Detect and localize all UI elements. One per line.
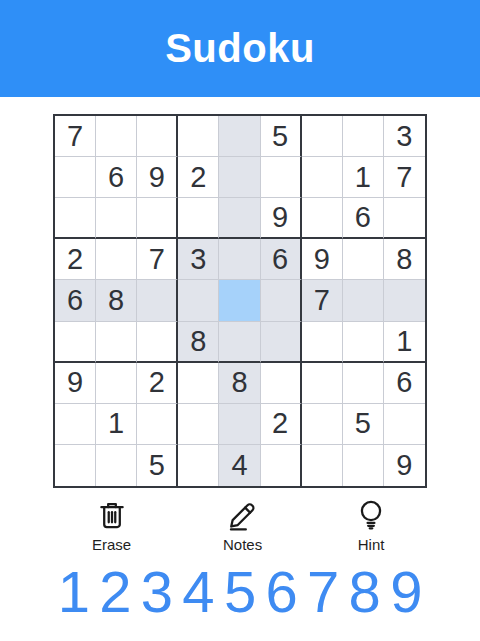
cell-r8c3[interactable]: [137, 404, 178, 445]
numpad-5[interactable]: 5: [219, 563, 261, 621]
cell-r6c5[interactable]: [219, 322, 260, 363]
cell-r7c8[interactable]: [343, 363, 384, 404]
cell-r1c6[interactable]: 5: [261, 116, 302, 157]
numpad-8[interactable]: 8: [344, 563, 386, 621]
cell-r8c2[interactable]: 1: [96, 404, 137, 445]
sudoku-board: 7536921796273698687819286125549: [53, 114, 427, 488]
cell-r1c2[interactable]: [96, 116, 137, 157]
cell-r3c6[interactable]: 9: [261, 198, 302, 239]
cell-r6c7[interactable]: [302, 322, 343, 363]
cell-r5c8[interactable]: [343, 280, 384, 321]
cell-r2c1[interactable]: [55, 157, 96, 198]
cell-r7c1[interactable]: 9: [55, 363, 96, 404]
cell-r3c4[interactable]: [178, 198, 219, 239]
hint-label: Hint: [358, 536, 385, 553]
cell-r1c8[interactable]: [343, 116, 384, 157]
cell-r7c4[interactable]: [178, 363, 219, 404]
cell-r9c2[interactable]: [96, 445, 137, 486]
cell-r9c1[interactable]: [55, 445, 96, 486]
cell-r3c7[interactable]: [302, 198, 343, 239]
cell-r2c6[interactable]: [261, 157, 302, 198]
cell-r4c5[interactable]: [219, 239, 260, 280]
cell-r6c6[interactable]: [261, 322, 302, 363]
cell-r1c1[interactable]: 7: [55, 116, 96, 157]
cell-r5c3[interactable]: [137, 280, 178, 321]
number-pad: 123456789: [53, 563, 427, 621]
trash-icon: [95, 498, 129, 535]
cell-r5c4[interactable]: [178, 280, 219, 321]
cell-r7c3[interactable]: 2: [137, 363, 178, 404]
cell-r6c2[interactable]: [96, 322, 137, 363]
lightbulb-icon: [354, 498, 388, 535]
cell-r1c5[interactable]: [219, 116, 260, 157]
numpad-1[interactable]: 1: [53, 563, 95, 621]
cell-r1c4[interactable]: [178, 116, 219, 157]
cell-r5c5[interactable]: [219, 280, 260, 321]
cell-r5c6[interactable]: [261, 280, 302, 321]
cell-r7c6[interactable]: [261, 363, 302, 404]
cell-r8c4[interactable]: [178, 404, 219, 445]
toolbar: Erase Notes Hint: [0, 498, 480, 553]
page-title: Sudoku: [165, 26, 315, 71]
cell-r3c8[interactable]: 6: [343, 198, 384, 239]
cell-r5c1[interactable]: 6: [55, 280, 96, 321]
notes-button[interactable]: Notes: [223, 498, 262, 553]
cell-r7c7[interactable]: [302, 363, 343, 404]
cell-r4c3[interactable]: 7: [137, 239, 178, 280]
cell-r8c1[interactable]: [55, 404, 96, 445]
cell-r2c3[interactable]: 9: [137, 157, 178, 198]
numpad-9[interactable]: 9: [386, 563, 428, 621]
hint-button[interactable]: Hint: [354, 498, 388, 553]
cell-r8c9[interactable]: [384, 404, 425, 445]
cell-r5c9[interactable]: [384, 280, 425, 321]
numpad-7[interactable]: 7: [302, 563, 344, 621]
cell-r9c4[interactable]: [178, 445, 219, 486]
cell-r8c8[interactable]: 5: [343, 404, 384, 445]
erase-button[interactable]: Erase: [92, 498, 131, 553]
cell-r9c8[interactable]: [343, 445, 384, 486]
cell-r3c9[interactable]: [384, 198, 425, 239]
cell-r6c3[interactable]: [137, 322, 178, 363]
cell-r6c9[interactable]: 1: [384, 322, 425, 363]
cell-r4c8[interactable]: [343, 239, 384, 280]
cell-r1c7[interactable]: [302, 116, 343, 157]
cell-r4c7[interactable]: 9: [302, 239, 343, 280]
cell-r7c2[interactable]: [96, 363, 137, 404]
cell-r4c1[interactable]: 2: [55, 239, 96, 280]
cell-r2c2[interactable]: 6: [96, 157, 137, 198]
cell-r4c4[interactable]: 3: [178, 239, 219, 280]
cell-r6c4[interactable]: 8: [178, 322, 219, 363]
cell-r4c2[interactable]: [96, 239, 137, 280]
cell-r9c3[interactable]: 5: [137, 445, 178, 486]
pencil-icon: [226, 498, 260, 535]
numpad-2[interactable]: 2: [95, 563, 137, 621]
erase-label: Erase: [92, 536, 131, 553]
numpad-6[interactable]: 6: [261, 563, 303, 621]
app-header: Sudoku: [0, 0, 480, 97]
cell-r9c6[interactable]: [261, 445, 302, 486]
cell-r8c5[interactable]: [219, 404, 260, 445]
cell-r9c9[interactable]: 9: [384, 445, 425, 486]
cell-r2c7[interactable]: [302, 157, 343, 198]
cell-r2c5[interactable]: [219, 157, 260, 198]
cell-r3c5[interactable]: [219, 198, 260, 239]
cell-r2c9[interactable]: 7: [384, 157, 425, 198]
cell-r5c7[interactable]: 7: [302, 280, 343, 321]
cell-r3c1[interactable]: [55, 198, 96, 239]
numpad-4[interactable]: 4: [178, 563, 220, 621]
cell-r2c8[interactable]: 1: [343, 157, 384, 198]
cell-r8c6[interactable]: 2: [261, 404, 302, 445]
cell-r3c3[interactable]: [137, 198, 178, 239]
cell-r7c9[interactable]: 6: [384, 363, 425, 404]
numpad-3[interactable]: 3: [136, 563, 178, 621]
cell-r7c5[interactable]: 8: [219, 363, 260, 404]
notes-label: Notes: [223, 536, 262, 553]
cell-r2c4[interactable]: 2: [178, 157, 219, 198]
cell-r6c1[interactable]: [55, 322, 96, 363]
cell-r8c7[interactable]: [302, 404, 343, 445]
cell-r5c2[interactable]: 8: [96, 280, 137, 321]
cell-r9c5[interactable]: 4: [219, 445, 260, 486]
cell-r4c9[interactable]: 8: [384, 239, 425, 280]
cell-r4c6[interactable]: 6: [261, 239, 302, 280]
cell-r1c9[interactable]: 3: [384, 116, 425, 157]
cell-r1c3[interactable]: [137, 116, 178, 157]
cell-r6c8[interactable]: [343, 322, 384, 363]
cell-r3c2[interactable]: [96, 198, 137, 239]
cell-r9c7[interactable]: [302, 445, 343, 486]
